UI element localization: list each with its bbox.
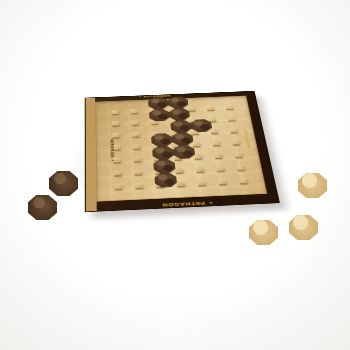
peg-cell [167, 151, 189, 165]
cell-d8[interactable] [156, 189, 179, 199]
piece-light[interactable] [194, 144, 217, 158]
peg-cell [230, 161, 253, 175]
piece-light[interactable] [211, 118, 233, 131]
cell-a1[interactable] [95, 101, 109, 113]
piece-dark[interactable] [149, 109, 170, 122]
intersection-peg [239, 178, 247, 183]
peg-cell [148, 165, 170, 179]
cell-b1[interactable] [108, 100, 128, 113]
intersection-peg [218, 179, 226, 184]
peg-cell [189, 163, 211, 177]
peg-cell [209, 162, 232, 176]
peg-cell [190, 176, 213, 190]
cell-c6[interactable] [132, 162, 155, 177]
intersection-peg [156, 182, 164, 187]
intersection-peg [113, 157, 120, 162]
cell-h1[interactable] [227, 96, 249, 108]
piece-light[interactable] [130, 134, 152, 148]
cell-g1[interactable] [207, 96, 229, 108]
intersection-peg [133, 156, 140, 161]
intersection-peg [196, 167, 204, 172]
brand-logo-icon: ✦ [243, 127, 248, 130]
brand-label-left-text: PATHAGON [109, 138, 115, 158]
brand-label-left: ✦ PATHAGON [109, 138, 115, 162]
peg-cell [207, 149, 229, 163]
board-field [95, 96, 267, 202]
intersection-peg [134, 169, 142, 174]
cell-h8[interactable] [243, 185, 267, 195]
piece-dark[interactable] [171, 132, 193, 146]
cell-f5[interactable] [194, 146, 217, 160]
cell-g7[interactable] [219, 172, 243, 187]
cell-d5[interactable] [152, 148, 174, 162]
cell-f1[interactable] [187, 97, 209, 109]
cell-e6[interactable] [175, 160, 198, 175]
cell-a3[interactable] [95, 125, 109, 138]
tray-piece-light[interactable] [298, 173, 327, 198]
piece-light[interactable] [110, 148, 132, 162]
intersection-peg [198, 180, 206, 185]
piece-dark[interactable] [169, 108, 191, 121]
brand-logo-icon: ✦ [110, 159, 115, 162]
cell-a7[interactable] [96, 178, 111, 193]
cell-g8[interactable] [222, 186, 246, 196]
piece-dark[interactable] [167, 96, 188, 108]
cell-g5[interactable] [215, 145, 238, 159]
intersection-peg [113, 170, 120, 175]
piece-light[interactable] [176, 172, 199, 187]
intersection-peg [114, 184, 122, 189]
intersection-peg [177, 181, 185, 186]
scene: ✦ PATHAGON ✦ PATHAGON ✦ PATHAGON ✦ PATHA… [0, 0, 350, 350]
piece-dark[interactable] [173, 145, 196, 159]
peg-cell [187, 150, 209, 164]
cell-g4[interactable] [213, 132, 236, 146]
brand-label-top-text: PATHAGON [144, 94, 172, 98]
cell-b7[interactable] [111, 177, 134, 192]
piece-light[interactable] [174, 158, 197, 173]
tray-piece-dark[interactable] [49, 171, 78, 196]
cell-h6[interactable] [238, 157, 262, 172]
cell-h7[interactable] [241, 171, 265, 186]
piece-dark[interactable] [148, 97, 169, 109]
cell-e7[interactable] [176, 174, 200, 189]
peg-cell [211, 175, 234, 189]
piece-dark[interactable] [152, 146, 174, 160]
cell-a2[interactable] [95, 113, 109, 126]
piece-dark[interactable] [170, 120, 192, 133]
piece-light[interactable] [150, 121, 172, 134]
piece-dark[interactable] [154, 173, 177, 188]
piece-light[interactable] [192, 131, 215, 145]
cell-a8[interactable] [96, 192, 111, 202]
board-grid [95, 96, 267, 202]
peg-cell [126, 153, 147, 167]
cell-d6[interactable] [153, 161, 176, 176]
cell-c5[interactable] [131, 149, 153, 163]
tray-piece-light[interactable] [289, 215, 318, 240]
piece-light[interactable] [131, 147, 153, 161]
board-frame: ✦ PATHAGON ✦ PATHAGON ✦ PATHAGON ✦ PATHA… [86, 91, 279, 211]
cell-b3[interactable] [109, 124, 130, 137]
cell-g6[interactable] [217, 158, 241, 173]
tray-piece-light[interactable] [249, 220, 278, 245]
peg-cell [106, 166, 127, 180]
peg-cell [127, 165, 149, 179]
peg-cell [107, 180, 129, 195]
cell-f6[interactable] [196, 159, 219, 174]
cell-g3[interactable] [211, 120, 234, 133]
cell-a6[interactable] [96, 164, 111, 178]
piece-dark[interactable] [153, 159, 176, 174]
intersection-peg [174, 155, 182, 160]
cell-f8[interactable] [200, 187, 223, 197]
cell-c1[interactable] [128, 100, 149, 113]
cell-e8[interactable] [178, 188, 201, 198]
intersection-peg [216, 166, 224, 171]
cell-b6[interactable] [110, 163, 132, 178]
cell-f7[interactable] [198, 173, 222, 188]
piece-light[interactable] [129, 122, 150, 135]
cell-a4[interactable] [96, 138, 110, 152]
cell-a5[interactable] [96, 150, 111, 164]
tray-piece-dark[interactable] [28, 195, 57, 220]
peg-cell [149, 178, 171, 193]
cell-c8[interactable] [133, 190, 156, 200]
cell-c7[interactable] [133, 176, 156, 191]
cell-d7[interactable] [154, 175, 177, 190]
brand-logo-icon: ✦ [138, 95, 142, 98]
peg-cell [168, 164, 190, 178]
brand-logo-icon: ✦ [208, 200, 215, 205]
intersection-peg [154, 156, 161, 161]
piece-dark[interactable] [151, 133, 173, 147]
intersection-peg [214, 153, 222, 158]
intersection-peg [237, 165, 245, 170]
intersection-peg [155, 168, 163, 173]
intersection-peg [235, 152, 243, 157]
peg-cell [170, 177, 193, 192]
cell-b2[interactable] [109, 112, 130, 125]
cell-b5[interactable] [110, 150, 132, 164]
pathagon-board: ✦ PATHAGON ✦ PATHAGON ✦ PATHAGON ✦ PATHA… [86, 91, 279, 211]
peg-cell [106, 154, 127, 168]
peg-cell [232, 174, 255, 188]
peg-cell [227, 148, 250, 162]
peg-cell [128, 179, 150, 194]
intersection-peg [194, 154, 202, 159]
cell-e5[interactable] [173, 147, 196, 161]
cell-b8[interactable] [111, 191, 134, 201]
piece-dark[interactable] [190, 119, 212, 132]
intersection-peg [135, 183, 143, 188]
peg-cell [147, 152, 169, 166]
intersection-peg [175, 167, 183, 172]
cell-c4[interactable] [130, 136, 152, 150]
